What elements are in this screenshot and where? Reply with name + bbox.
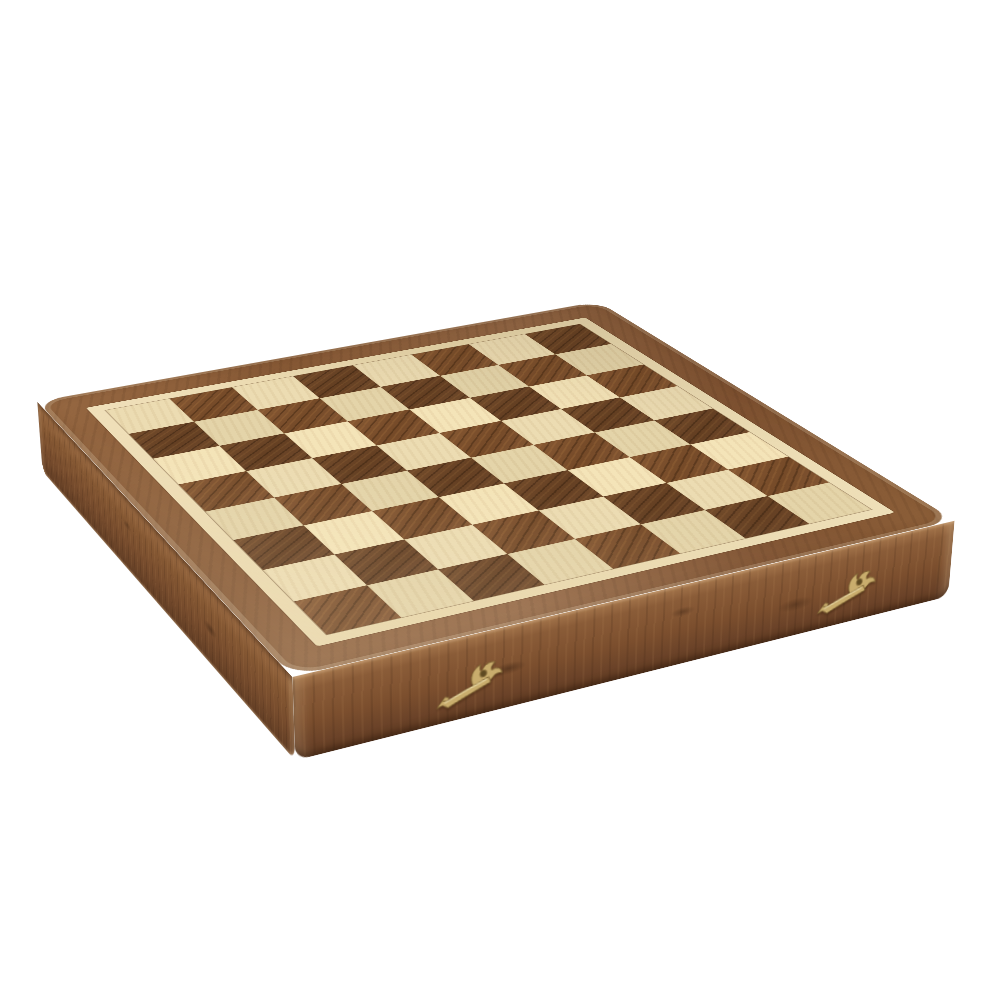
chessboard-box bbox=[37, 302, 954, 677]
product-photo-background bbox=[0, 0, 1000, 1000]
brass-clasp-icon bbox=[430, 653, 511, 717]
scene bbox=[0, 0, 1000, 1000]
brass-clasp-icon bbox=[814, 563, 882, 621]
